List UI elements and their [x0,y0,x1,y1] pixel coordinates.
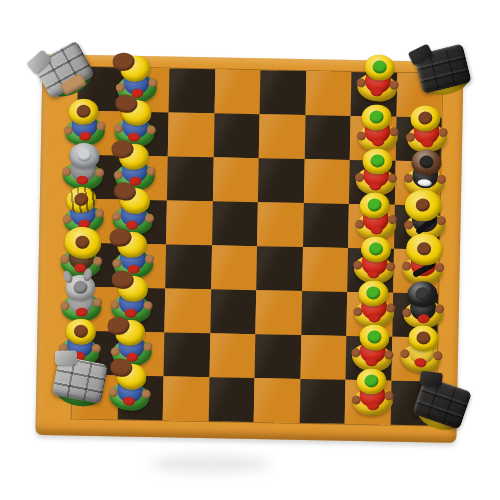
piece-hat-center [416,331,431,346]
piece-right-pawn[interactable] [347,366,396,419]
piece-hat-center [415,287,430,301]
piece-hat-center [109,228,132,247]
piece-hat-center [372,60,387,75]
piece-right-rook[interactable] [408,375,474,436]
piece-hat-center [366,286,381,300]
piece-hat-center [112,52,135,72]
piece-arm [60,301,69,310]
piece-hat-center [73,324,88,338]
chess-board [35,54,463,443]
piece-hat-center [368,242,383,256]
background-shadow [150,455,270,473]
piece-arm [145,213,155,223]
piece-hat-center [417,242,432,256]
piece-arm [435,263,445,273]
piece-hat-center [369,110,384,124]
piece-left-rook[interactable] [48,355,110,411]
piece-hat-center [76,104,91,118]
piece-arm [437,174,447,184]
tower-body [412,376,472,430]
tower-cap [420,371,444,388]
tower-cap [408,44,434,66]
piece-hat-center [367,330,382,345]
piece-arm [386,262,396,272]
piece-hat-center [418,111,433,125]
piece-right-pawn[interactable] [352,51,404,106]
piece-arm [389,80,399,90]
piece-arm [147,125,157,135]
chess-set-photo [0,0,500,500]
piece-hat-center [370,154,385,168]
piece-arm [433,351,443,361]
piece-arm [386,303,395,312]
piece-arm [384,350,394,360]
piece-hat-center [77,148,92,162]
piece-arm [93,298,102,307]
piece-arm [142,389,152,399]
piece-arm [143,301,153,311]
piece-hat-center [416,198,431,212]
piece-hat-center [419,155,434,169]
tower-cap [26,49,52,74]
piece-hat-center [107,316,130,336]
piece-hat-center [73,280,88,294]
tower-cap [55,351,77,365]
piece-hat-center [367,198,382,212]
piece-arm [92,256,102,266]
piece-right-rook[interactable] [412,43,475,101]
piece-right-knight[interactable] [396,322,448,377]
piece-hat-center [364,374,379,388]
piece-hat-center [74,235,89,250]
piece-hat-center [73,192,88,207]
piece-left-rook[interactable] [30,39,100,105]
tower-body [32,40,95,99]
piece-arm [384,391,394,401]
pieces-layer [35,54,463,443]
piece-left-pawn[interactable] [105,360,156,415]
piece-hat-center [111,140,134,159]
piece-arm [353,307,362,316]
